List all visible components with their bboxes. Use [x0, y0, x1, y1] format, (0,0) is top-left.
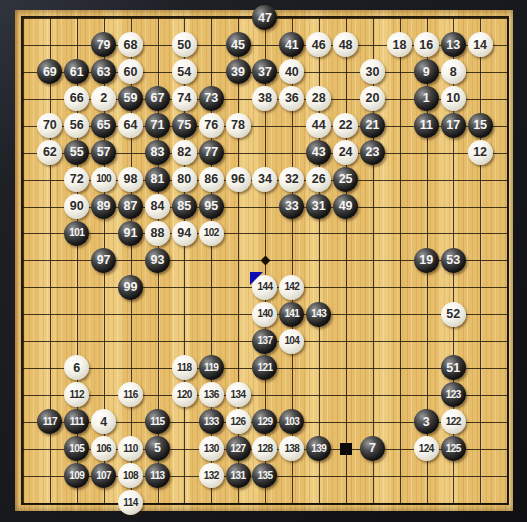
stone-135[interactable]: 135 — [252, 463, 277, 488]
stone-number: 128 — [258, 444, 273, 454]
stone-number: 137 — [258, 336, 273, 346]
stone-number: 134 — [231, 390, 246, 400]
stone-66[interactable]: 66 — [64, 86, 89, 111]
stone-73[interactable]: 73 — [199, 86, 224, 111]
stone-number: 48 — [339, 39, 353, 52]
stone-number: 39 — [231, 66, 245, 79]
stone-number: 79 — [97, 39, 111, 52]
stone-number: 116 — [123, 390, 137, 400]
stone-number: 28 — [312, 92, 326, 105]
stone-number: 135 — [258, 471, 273, 481]
stone-22[interactable]: 22 — [333, 113, 358, 138]
stone-25[interactable]: 25 — [333, 167, 358, 192]
stone-number: 34 — [258, 173, 272, 186]
stone-4[interactable]: 4 — [91, 409, 116, 434]
stone-number: 120 — [177, 390, 192, 400]
stone-number: 40 — [285, 66, 299, 79]
stone-number: 8 — [450, 66, 457, 79]
stone-115[interactable]: 115 — [145, 409, 170, 434]
stone-129[interactable]: 129 — [252, 409, 277, 434]
stone-number: 20 — [366, 92, 380, 105]
stone-5[interactable]: 5 — [145, 436, 170, 461]
stone-44[interactable]: 44 — [306, 113, 331, 138]
stone-10[interactable]: 10 — [441, 86, 466, 111]
stone-98[interactable]: 98 — [118, 167, 143, 192]
stone-number: 131 — [231, 471, 246, 481]
stone-number: 85 — [177, 200, 191, 213]
stone-number: 130 — [204, 444, 219, 454]
stone-56[interactable]: 56 — [64, 113, 89, 138]
stone-121[interactable]: 121 — [252, 355, 277, 380]
stone-number: 2 — [100, 92, 107, 105]
stone-number: 102 — [204, 228, 219, 238]
stone-number: 46 — [312, 39, 326, 52]
stone-number: 93 — [150, 254, 164, 267]
stone-number: 140 — [258, 309, 273, 319]
stone-46[interactable]: 46 — [306, 32, 331, 57]
stone-number: 97 — [97, 254, 111, 267]
stone-number: 11 — [420, 119, 433, 132]
stone-75[interactable]: 75 — [172, 113, 197, 138]
stone-number: 96 — [231, 173, 245, 186]
stone-39[interactable]: 39 — [226, 59, 251, 84]
stone-number: 84 — [150, 200, 164, 213]
stone-number: 18 — [392, 39, 406, 52]
stone-120[interactable]: 120 — [172, 382, 197, 407]
stone-24[interactable]: 24 — [333, 140, 358, 165]
stone-number: 133 — [204, 417, 219, 427]
stone-123[interactable]: 123 — [441, 382, 466, 407]
stone-number: 43 — [312, 146, 326, 159]
stone-18[interactable]: 18 — [387, 32, 412, 57]
stone-number: 99 — [124, 281, 138, 294]
stone-30[interactable]: 30 — [360, 59, 385, 84]
stone-number: 47 — [258, 12, 272, 25]
stone-59[interactable]: 59 — [118, 86, 143, 111]
stone-number: 123 — [446, 390, 461, 400]
stone-number: 114 — [123, 498, 137, 508]
stone-112[interactable]: 112 — [64, 382, 89, 407]
stone-number: 14 — [473, 39, 487, 52]
stone-45[interactable]: 45 — [226, 32, 251, 57]
stone-number: 87 — [124, 200, 138, 213]
stone-number: 94 — [177, 227, 191, 240]
stone-number: 32 — [285, 173, 299, 186]
stone-8[interactable]: 8 — [441, 59, 466, 84]
stone-number: 68 — [124, 39, 138, 52]
stone-14[interactable]: 14 — [468, 32, 493, 57]
stone-61[interactable]: 61 — [64, 59, 89, 84]
stone-9[interactable]: 9 — [414, 59, 439, 84]
stone-78[interactable]: 78 — [226, 113, 251, 138]
stone-number: 44 — [312, 119, 326, 132]
stone-number: 5 — [154, 442, 161, 455]
stone-2[interactable]: 2 — [91, 86, 116, 111]
stone-number: 143 — [311, 309, 326, 319]
stone-143[interactable]: 143 — [306, 302, 331, 327]
stone-40[interactable]: 40 — [279, 59, 304, 84]
stone-43[interactable]: 43 — [306, 140, 331, 165]
stone-number: 88 — [150, 227, 164, 240]
stone-number: 126 — [231, 417, 246, 427]
stone-number: 7 — [369, 442, 376, 455]
stone-80[interactable]: 80 — [172, 167, 197, 192]
stone-47[interactable]: 47 — [252, 5, 277, 30]
stone-138[interactable]: 138 — [279, 436, 304, 461]
stone-number: 115 — [150, 417, 164, 427]
stone-111[interactable]: 111 — [64, 409, 89, 434]
stone-101[interactable]: 101 — [64, 221, 89, 246]
square-icon — [340, 443, 352, 455]
stone-11[interactable]: 11 — [414, 113, 439, 138]
stone-number: 36 — [285, 92, 299, 105]
stone-126[interactable]: 126 — [226, 409, 251, 434]
stone-72[interactable]: 72 — [64, 167, 89, 192]
stone-number: 78 — [231, 119, 245, 132]
stone-number: 132 — [204, 471, 219, 481]
stone-68[interactable]: 68 — [118, 32, 143, 57]
stone-113[interactable]: 113 — [145, 463, 170, 488]
stone-number: 70 — [43, 119, 57, 132]
stone-20[interactable]: 20 — [360, 86, 385, 111]
stone-102[interactable]: 102 — [199, 221, 224, 246]
stone-number: 60 — [124, 66, 138, 79]
stone-number: 141 — [284, 309, 299, 319]
stone-number: 69 — [43, 66, 57, 79]
stone-number: 10 — [446, 92, 460, 105]
stone-number: 24 — [339, 146, 353, 159]
stone-127[interactable]: 127 — [226, 436, 251, 461]
stone-number: 100 — [96, 174, 111, 184]
stone-114[interactable]: 114 — [118, 490, 143, 515]
stone-number: 90 — [70, 200, 84, 213]
stone-number: 119 — [204, 363, 218, 373]
stone-number: 62 — [43, 146, 57, 159]
stone-99[interactable]: 99 — [118, 275, 143, 300]
stone-21[interactable]: 21 — [360, 113, 385, 138]
stones-layer: 4779685045414648181613146961636054393740… — [10, 5, 521, 517]
stone-number: 22 — [339, 119, 353, 132]
stone-number: 31 — [312, 200, 326, 213]
stone-number: 17 — [446, 119, 460, 132]
stone-number: 4 — [100, 416, 107, 429]
stone-number: 117 — [43, 417, 57, 427]
stone-15[interactable]: 15 — [468, 113, 493, 138]
stone-number: 12 — [473, 146, 487, 159]
stone-number: 37 — [258, 66, 272, 79]
stone-136[interactable]: 136 — [199, 382, 224, 407]
stone-13[interactable]: 13 — [441, 32, 466, 57]
stone-number: 118 — [177, 363, 191, 373]
stone-26[interactable]: 26 — [306, 167, 331, 192]
stone-89[interactable]: 89 — [91, 194, 116, 219]
stone-number: 109 — [69, 471, 84, 481]
stone-84[interactable]: 84 — [145, 194, 170, 219]
stone-33[interactable]: 33 — [279, 194, 304, 219]
stone-number: 16 — [419, 39, 433, 52]
stone-77[interactable]: 77 — [199, 140, 224, 165]
stone-number: 21 — [366, 119, 380, 132]
stone-number: 124 — [419, 444, 434, 454]
stone-19[interactable]: 19 — [414, 248, 439, 273]
stone-132[interactable]: 132 — [199, 463, 224, 488]
stone-119[interactable]: 119 — [199, 355, 224, 380]
stone-91[interactable]: 91 — [118, 221, 143, 246]
stone-97[interactable]: 97 — [91, 248, 116, 273]
stone-85[interactable]: 85 — [172, 194, 197, 219]
stone-65[interactable]: 65 — [91, 113, 116, 138]
stone-number: 54 — [177, 66, 191, 79]
stone-number: 80 — [177, 173, 191, 186]
stone-number: 41 — [285, 39, 299, 52]
stone-49[interactable]: 49 — [333, 194, 358, 219]
stone-122[interactable]: 122 — [441, 409, 466, 434]
stone-134[interactable]: 134 — [226, 382, 251, 407]
stone-number: 56 — [70, 119, 84, 132]
stone-79[interactable]: 79 — [91, 32, 116, 57]
stone-71[interactable]: 71 — [145, 113, 170, 138]
stone-number: 72 — [70, 173, 84, 186]
stone-103[interactable]: 103 — [279, 409, 304, 434]
stone-number: 74 — [177, 92, 191, 105]
stone-number: 15 — [473, 119, 487, 132]
stone-number: 144 — [258, 282, 273, 292]
stone-number: 111 — [70, 417, 84, 427]
stone-60[interactable]: 60 — [118, 59, 143, 84]
stone-116[interactable]: 116 — [118, 382, 143, 407]
stone-118[interactable]: 118 — [172, 355, 197, 380]
stone-number: 125 — [446, 444, 461, 454]
stone-139[interactable]: 139 — [306, 436, 331, 461]
stone-54[interactable]: 54 — [172, 59, 197, 84]
stone-number: 129 — [258, 417, 273, 427]
stone-41[interactable]: 41 — [279, 32, 304, 57]
stone-34[interactable]: 34 — [252, 167, 277, 192]
stone-88[interactable]: 88 — [145, 221, 170, 246]
stone-number: 26 — [312, 173, 326, 186]
stone-number: 104 — [284, 336, 299, 346]
stone-124[interactable]: 124 — [414, 436, 439, 461]
stone-number: 64 — [124, 119, 138, 132]
stone-31[interactable]: 31 — [306, 194, 331, 219]
stone-number: 57 — [97, 146, 111, 159]
stone-number: 6 — [73, 362, 80, 375]
stone-number: 103 — [284, 417, 299, 427]
stone-125[interactable]: 125 — [441, 436, 466, 461]
stone-number: 107 — [96, 471, 111, 481]
stone-16[interactable]: 16 — [414, 32, 439, 57]
stone-number: 138 — [284, 444, 299, 454]
stone-number: 33 — [285, 200, 299, 213]
stone-70[interactable]: 70 — [37, 113, 62, 138]
stone-64[interactable]: 64 — [118, 113, 143, 138]
stone-number: 106 — [96, 444, 111, 454]
stone-number: 51 — [446, 362, 460, 375]
stone-number: 65 — [97, 119, 111, 132]
stone-number: 38 — [258, 92, 272, 105]
stone-number: 77 — [204, 146, 218, 159]
stone-7[interactable]: 7 — [360, 436, 385, 461]
stone-number: 113 — [150, 471, 164, 481]
stone-130[interactable]: 130 — [199, 436, 224, 461]
stone-number: 98 — [124, 173, 138, 186]
stone-57[interactable]: 57 — [91, 140, 116, 165]
stone-140[interactable]: 140 — [252, 302, 277, 327]
stone-117[interactable]: 117 — [37, 409, 62, 434]
go-diagram-window: 4779685045414648181613146961636054393740… — [0, 0, 527, 522]
stone-number: 13 — [446, 39, 460, 52]
stone-105[interactable]: 105 — [64, 436, 89, 461]
stone-38[interactable]: 38 — [252, 86, 277, 111]
stone-number: 89 — [97, 200, 111, 213]
stone-74[interactable]: 74 — [172, 86, 197, 111]
stone-number: 142 — [284, 282, 299, 292]
stone-number: 110 — [123, 444, 137, 454]
stone-number: 3 — [423, 416, 430, 429]
stone-number: 86 — [204, 173, 218, 186]
stone-number: 73 — [204, 92, 218, 105]
stone-number: 76 — [204, 119, 218, 132]
stone-83[interactable]: 83 — [145, 140, 170, 165]
stone-50[interactable]: 50 — [172, 32, 197, 57]
stone-32[interactable]: 32 — [279, 167, 304, 192]
stone-number: 25 — [339, 173, 353, 186]
stone-number: 112 — [70, 390, 84, 400]
stone-number: 53 — [446, 254, 460, 267]
stone-110[interactable]: 110 — [118, 436, 143, 461]
stone-144[interactable]: 144 — [252, 275, 277, 300]
stone-81[interactable]: 81 — [145, 167, 170, 192]
stone-number: 49 — [339, 200, 353, 213]
stone-number: 101 — [69, 228, 84, 238]
stone-number: 59 — [124, 92, 138, 105]
stone-12[interactable]: 12 — [468, 140, 493, 165]
stone-number: 61 — [70, 66, 84, 79]
stone-141[interactable]: 141 — [279, 302, 304, 327]
stone-28[interactable]: 28 — [306, 86, 331, 111]
stone-number: 67 — [150, 92, 164, 105]
stone-86[interactable]: 86 — [199, 167, 224, 192]
stone-52[interactable]: 52 — [441, 302, 466, 327]
stone-106[interactable]: 106 — [91, 436, 116, 461]
stone-number: 95 — [204, 200, 218, 213]
stone-100[interactable]: 100 — [91, 167, 116, 192]
stone-number: 50 — [177, 39, 191, 52]
square-marker — [332, 435, 359, 462]
stone-number: 83 — [150, 146, 164, 159]
stone-number: 30 — [366, 66, 380, 79]
stone-76[interactable]: 76 — [199, 113, 224, 138]
stone-55[interactable]: 55 — [64, 140, 89, 165]
stone-131[interactable]: 131 — [226, 463, 251, 488]
stone-number: 91 — [124, 227, 138, 240]
stone-number: 81 — [150, 173, 164, 186]
stone-23[interactable]: 23 — [360, 140, 385, 165]
stone-number: 55 — [70, 146, 84, 159]
stone-96[interactable]: 96 — [226, 167, 251, 192]
stone-number: 127 — [231, 444, 246, 454]
stone-number: 9 — [423, 66, 430, 79]
stone-number: 19 — [419, 254, 433, 267]
stone-93[interactable]: 93 — [145, 248, 170, 273]
stone-90[interactable]: 90 — [64, 194, 89, 219]
stone-36[interactable]: 36 — [279, 86, 304, 111]
stone-number: 66 — [70, 92, 84, 105]
stone-number: 136 — [204, 390, 219, 400]
stone-1[interactable]: 1 — [414, 86, 439, 111]
stone-number: 45 — [231, 39, 245, 52]
stone-37[interactable]: 37 — [252, 59, 277, 84]
stone-number: 1 — [423, 92, 430, 105]
stone-82[interactable]: 82 — [172, 140, 197, 165]
stone-number: 52 — [446, 308, 460, 321]
stone-87[interactable]: 87 — [118, 194, 143, 219]
stone-62[interactable]: 62 — [37, 140, 62, 165]
stone-133[interactable]: 133 — [199, 409, 224, 434]
stone-number: 75 — [177, 119, 191, 132]
stone-17[interactable]: 17 — [441, 113, 466, 138]
stone-142[interactable]: 142 — [279, 275, 304, 300]
stone-67[interactable]: 67 — [145, 86, 170, 111]
stone-69[interactable]: 69 — [37, 59, 62, 84]
stone-137[interactable]: 137 — [252, 329, 277, 354]
stone-number: 105 — [69, 444, 84, 454]
stone-107[interactable]: 107 — [91, 463, 116, 488]
stone-number: 63 — [97, 66, 111, 79]
stone-109[interactable]: 109 — [64, 463, 89, 488]
stone-94[interactable]: 94 — [172, 221, 197, 246]
stone-128[interactable]: 128 — [252, 436, 277, 461]
stone-number: 122 — [446, 417, 461, 427]
stone-95[interactable]: 95 — [199, 194, 224, 219]
stone-53[interactable]: 53 — [441, 248, 466, 273]
stone-number: 108 — [123, 471, 138, 481]
stone-number: 121 — [258, 363, 273, 373]
stone-number: 71 — [150, 119, 164, 132]
stone-104[interactable]: 104 — [279, 329, 304, 354]
stone-6[interactable]: 6 — [64, 355, 89, 380]
stone-51[interactable]: 51 — [441, 355, 466, 380]
stone-number: 23 — [366, 146, 380, 159]
stone-108[interactable]: 108 — [118, 463, 143, 488]
stone-48[interactable]: 48 — [333, 32, 358, 57]
stone-number: 82 — [177, 146, 191, 159]
stone-63[interactable]: 63 — [91, 59, 116, 84]
stone-3[interactable]: 3 — [414, 409, 439, 434]
stone-number: 139 — [311, 444, 326, 454]
